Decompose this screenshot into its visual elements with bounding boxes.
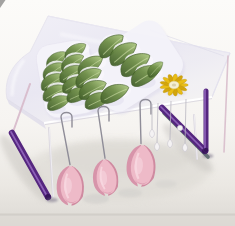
photo-canvas [0, 0, 235, 226]
product-photo [0, 0, 235, 226]
white-bead [177, 125, 182, 130]
